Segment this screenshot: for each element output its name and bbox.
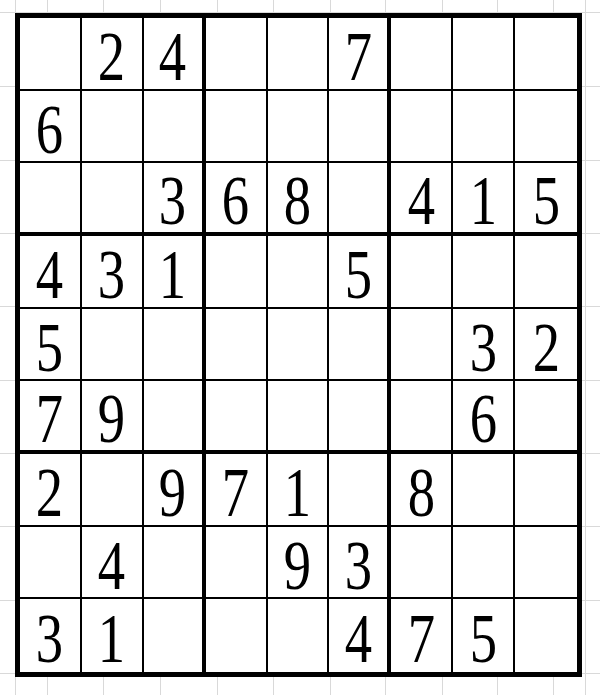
cell-r6c5[interactable] (268, 381, 330, 454)
digit: 4 (36, 240, 63, 309)
cell-r4c8[interactable] (453, 236, 515, 309)
cell-r8c1[interactable] (20, 527, 82, 600)
cell-r3c8[interactable]: 1 (453, 163, 515, 236)
cell-r7c1[interactable]: 2 (20, 454, 82, 527)
cell-r4c6[interactable]: 5 (329, 236, 391, 309)
digit: 4 (98, 531, 125, 600)
digit: 3 (98, 240, 125, 309)
cell-r5c3[interactable] (144, 309, 206, 382)
cell-r1c5[interactable] (268, 18, 330, 91)
cell-r4c1[interactable]: 4 (20, 236, 82, 309)
cell-r7c4[interactable]: 7 (206, 454, 268, 527)
cell-r1c8[interactable] (453, 18, 515, 91)
cell-r1c7[interactable] (391, 18, 453, 91)
cell-r5c4[interactable] (206, 309, 268, 382)
cell-r7c9[interactable] (515, 454, 577, 527)
cell-r7c7[interactable]: 8 (391, 454, 453, 527)
cell-r2c9[interactable] (515, 91, 577, 164)
cell-r7c8[interactable] (453, 454, 515, 527)
cell-r1c6[interactable]: 7 (329, 18, 391, 91)
cell-r1c1[interactable] (20, 18, 82, 91)
cell-r6c4[interactable] (206, 381, 268, 454)
cell-r2c4[interactable] (206, 91, 268, 164)
cell-r3c9[interactable]: 5 (515, 163, 577, 236)
digit: 9 (159, 458, 186, 527)
cell-r6c9[interactable] (515, 381, 577, 454)
cell-r7c5[interactable]: 1 (268, 454, 330, 527)
cell-r8c8[interactable] (453, 527, 515, 600)
cell-r2c6[interactable] (329, 91, 391, 164)
digit: 7 (345, 22, 372, 91)
digit: 4 (345, 604, 372, 672)
cell-r8c3[interactable] (144, 527, 206, 600)
digit: 4 (159, 22, 186, 91)
cell-r4c7[interactable] (391, 236, 453, 309)
cell-r2c1[interactable]: 6 (20, 91, 82, 164)
cell-r2c3[interactable] (144, 91, 206, 164)
cell-r5c5[interactable] (268, 309, 330, 382)
digit: 7 (222, 458, 249, 527)
cell-r8c5[interactable]: 9 (268, 527, 330, 600)
digit: 4 (408, 166, 435, 236)
cell-r4c5[interactable] (268, 236, 330, 309)
cell-r6c8[interactable]: 6 (453, 381, 515, 454)
cell-r6c6[interactable] (329, 381, 391, 454)
cell-r2c8[interactable] (453, 91, 515, 164)
cell-r9c9[interactable] (515, 599, 577, 672)
digit: 9 (284, 531, 311, 600)
digit: 6 (222, 166, 249, 236)
cell-r9c2[interactable]: 1 (82, 599, 144, 672)
digit: 5 (36, 313, 63, 382)
digit: 1 (98, 604, 125, 672)
cell-r9c5[interactable] (268, 599, 330, 672)
digit: 8 (284, 166, 311, 236)
digit: 3 (159, 166, 186, 236)
digit: 5 (345, 240, 372, 309)
cell-r2c7[interactable] (391, 91, 453, 164)
cell-r4c3[interactable]: 1 (144, 236, 206, 309)
cell-r4c2[interactable]: 3 (82, 236, 144, 309)
cell-r7c6[interactable] (329, 454, 391, 527)
cell-r1c4[interactable] (206, 18, 268, 91)
cell-r7c2[interactable] (82, 454, 144, 527)
cell-r9c7[interactable]: 7 (391, 599, 453, 672)
digit: 2 (532, 313, 559, 382)
cell-r5c1[interactable]: 5 (20, 309, 82, 382)
digit: 6 (470, 384, 497, 454)
cell-r3c6[interactable] (329, 163, 391, 236)
cell-r1c3[interactable]: 4 (144, 18, 206, 91)
cell-r8c7[interactable] (391, 527, 453, 600)
cell-r9c1[interactable]: 3 (20, 599, 82, 672)
digit: 5 (532, 166, 559, 236)
digit: 7 (408, 604, 435, 672)
cell-r9c8[interactable]: 5 (453, 599, 515, 672)
cell-r4c4[interactable] (206, 236, 268, 309)
digit: 9 (98, 384, 125, 454)
digit: 6 (36, 95, 63, 164)
spreadsheet-gridline-vertical (585, 0, 586, 695)
cell-r5c6[interactable] (329, 309, 391, 382)
digit: 1 (284, 458, 311, 527)
digit: 7 (36, 384, 63, 454)
cell-r8c4[interactable] (206, 527, 268, 600)
digit: 2 (36, 458, 63, 527)
sudoku-board: 247636841543155327962971849331475 (15, 13, 582, 677)
cell-r6c1[interactable]: 7 (20, 381, 82, 454)
digit: 3 (470, 313, 497, 382)
cell-r3c1[interactable] (20, 163, 82, 236)
cell-r3c3[interactable]: 3 (144, 163, 206, 236)
cell-r2c2[interactable] (82, 91, 144, 164)
digit: 1 (470, 166, 497, 236)
cell-r8c9[interactable] (515, 527, 577, 600)
cell-r6c3[interactable] (144, 381, 206, 454)
cell-r8c2[interactable]: 4 (82, 527, 144, 600)
spreadsheet-background: 247636841543155327962971849331475 (0, 0, 600, 695)
cell-r6c2[interactable]: 9 (82, 381, 144, 454)
cell-r3c5[interactable]: 8 (268, 163, 330, 236)
cell-r3c2[interactable] (82, 163, 144, 236)
cell-r5c7[interactable] (391, 309, 453, 382)
digit: 3 (345, 531, 372, 600)
cell-r7c3[interactable]: 9 (144, 454, 206, 527)
cell-r3c4[interactable]: 6 (206, 163, 268, 236)
cell-r5c8[interactable]: 3 (453, 309, 515, 382)
cell-r1c9[interactable] (515, 18, 577, 91)
digit: 8 (408, 458, 435, 527)
cell-r9c4[interactable] (206, 599, 268, 672)
cell-r2c5[interactable] (268, 91, 330, 164)
digit: 1 (159, 240, 186, 309)
cell-r1c2[interactable]: 2 (82, 18, 144, 91)
cell-r9c3[interactable] (144, 599, 206, 672)
digit: 5 (470, 604, 497, 672)
digit: 2 (98, 22, 125, 91)
cell-r3c7[interactable]: 4 (391, 163, 453, 236)
cell-r9c6[interactable]: 4 (329, 599, 391, 672)
cell-r8c6[interactable]: 3 (329, 527, 391, 600)
cell-r6c7[interactable] (391, 381, 453, 454)
cell-r5c2[interactable] (82, 309, 144, 382)
cell-r5c9[interactable]: 2 (515, 309, 577, 382)
digit: 3 (36, 604, 63, 672)
cell-r4c9[interactable] (515, 236, 577, 309)
